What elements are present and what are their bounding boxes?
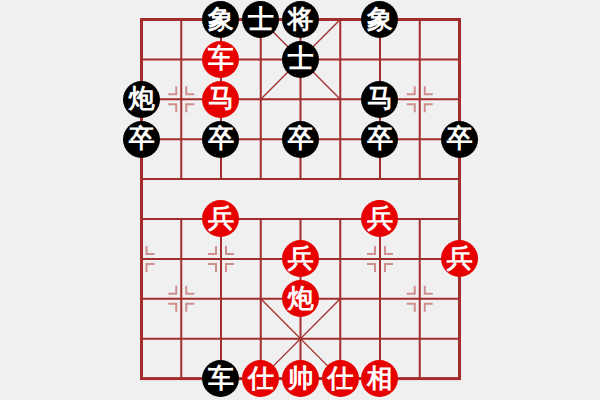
red-advisor[interactable]: 仕 — [242, 360, 279, 397]
black-advisor[interactable]: 士 — [282, 41, 319, 78]
red-cannon[interactable]: 炮 — [282, 280, 319, 317]
black-advisor[interactable]: 士 — [242, 1, 279, 38]
xiangqi-screenshot: 象士将象车士炮马马卒卒卒卒卒兵兵兵兵炮车仕帅仕相 — [0, 0, 600, 400]
xiangqi-board[interactable]: 象士将象车士炮马马卒卒卒卒卒兵兵兵兵炮车仕帅仕相 — [122, 0, 480, 398]
black-horse[interactable]: 马 — [361, 81, 398, 118]
black-chariot[interactable]: 车 — [202, 360, 239, 397]
red-soldier[interactable]: 兵 — [361, 200, 398, 237]
red-soldier[interactable]: 兵 — [202, 200, 239, 237]
black-general[interactable]: 将 — [282, 1, 319, 38]
black-elephant[interactable]: 象 — [361, 1, 398, 38]
red-horse[interactable]: 马 — [202, 81, 239, 118]
black-cannon[interactable]: 炮 — [123, 81, 160, 118]
red-elephant[interactable]: 相 — [361, 360, 398, 397]
black-soldier[interactable]: 卒 — [202, 121, 239, 158]
black-soldier[interactable]: 卒 — [441, 121, 478, 158]
red-soldier[interactable]: 兵 — [282, 240, 319, 277]
red-soldier[interactable]: 兵 — [441, 240, 478, 277]
red-general[interactable]: 帅 — [282, 360, 319, 397]
red-advisor[interactable]: 仕 — [322, 360, 359, 397]
black-soldier[interactable]: 卒 — [361, 121, 398, 158]
black-soldier[interactable]: 卒 — [123, 121, 160, 158]
black-soldier[interactable]: 卒 — [282, 121, 319, 158]
red-chariot[interactable]: 车 — [202, 41, 239, 78]
black-elephant[interactable]: 象 — [202, 1, 239, 38]
